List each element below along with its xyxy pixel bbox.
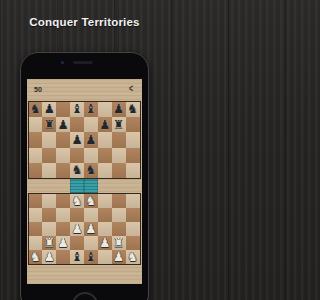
square[interactable]: ♟ bbox=[98, 236, 112, 250]
square[interactable] bbox=[98, 102, 112, 117]
square[interactable]: ♟ bbox=[98, 117, 112, 132]
square[interactable] bbox=[42, 208, 56, 222]
square[interactable] bbox=[29, 132, 43, 147]
square[interactable]: ♟ bbox=[70, 222, 84, 236]
square[interactable] bbox=[126, 194, 140, 208]
speaker-slot bbox=[73, 61, 93, 64]
square[interactable] bbox=[126, 148, 140, 163]
page-title: Conquer Territories bbox=[0, 16, 169, 28]
square[interactable] bbox=[84, 117, 98, 132]
square[interactable] bbox=[29, 163, 43, 178]
square[interactable]: ♞ bbox=[29, 250, 43, 264]
black-pawn-piece[interactable]: ♟ bbox=[99, 119, 110, 132]
square[interactable]: ♜ bbox=[42, 117, 56, 132]
back-icon[interactable]: < bbox=[129, 83, 133, 94]
square[interactable] bbox=[29, 222, 43, 236]
white-knight-piece[interactable]: ♞ bbox=[85, 195, 96, 208]
square[interactable]: ♟ bbox=[112, 250, 126, 264]
square[interactable] bbox=[126, 132, 140, 147]
ad-page: { "title": "Conquer Territories", "game"… bbox=[0, 0, 169, 300]
square[interactable] bbox=[56, 208, 70, 222]
square[interactable] bbox=[112, 222, 126, 236]
black-bishop-piece[interactable]: ♝ bbox=[71, 103, 82, 116]
square[interactable]: ♞ bbox=[84, 194, 98, 208]
square[interactable] bbox=[42, 194, 56, 208]
square[interactable] bbox=[126, 222, 140, 236]
square[interactable] bbox=[29, 148, 43, 163]
bridge-row bbox=[28, 179, 141, 193]
square[interactable] bbox=[98, 208, 112, 222]
black-rook-piece[interactable]: ♜ bbox=[113, 119, 124, 132]
square[interactable] bbox=[70, 208, 84, 222]
square[interactable] bbox=[29, 194, 43, 208]
bridge-gap bbox=[56, 179, 70, 193]
white-pawn-piece[interactable]: ♟ bbox=[99, 237, 110, 250]
white-pawn-piece[interactable]: ♟ bbox=[85, 223, 96, 236]
highlight-square[interactable] bbox=[70, 179, 84, 193]
square[interactable]: ♞ bbox=[126, 102, 140, 117]
black-rook-piece[interactable]: ♜ bbox=[44, 119, 55, 132]
square[interactable]: ♝ bbox=[70, 250, 84, 264]
white-knight-piece[interactable]: ♞ bbox=[71, 195, 82, 208]
black-pawn-piece[interactable]: ♟ bbox=[85, 134, 96, 147]
black-pawn-piece[interactable]: ♟ bbox=[58, 119, 69, 132]
square[interactable] bbox=[56, 163, 70, 178]
black-pawn-piece[interactable]: ♟ bbox=[44, 103, 55, 116]
bridge-gap bbox=[126, 179, 140, 193]
square[interactable]: ♞ bbox=[70, 194, 84, 208]
black-pawn-piece[interactable]: ♟ bbox=[71, 134, 82, 147]
square[interactable] bbox=[98, 194, 112, 208]
square[interactable] bbox=[42, 148, 56, 163]
black-territory-board: ♞♟♝♝♟♞♜♟♟♜♟♟♞♞ bbox=[28, 101, 141, 179]
highlight-square[interactable] bbox=[84, 179, 98, 193]
black-knight-piece[interactable]: ♞ bbox=[85, 164, 96, 177]
white-knight-piece[interactable]: ♞ bbox=[30, 251, 41, 264]
square[interactable] bbox=[84, 236, 98, 250]
score-label: 50 bbox=[34, 86, 42, 93]
white-pawn-piece[interactable]: ♟ bbox=[58, 237, 69, 250]
square[interactable]: ♝ bbox=[84, 250, 98, 264]
bridge-gap bbox=[98, 179, 112, 193]
black-knight-piece[interactable]: ♞ bbox=[127, 103, 138, 116]
square[interactable] bbox=[98, 132, 112, 147]
square[interactable] bbox=[126, 163, 140, 178]
square[interactable] bbox=[112, 132, 126, 147]
phone-mockup: 50 < ♞♟♝♝♟♞♜♟♟♜♟♟♞♞ ♞♞♟♟♜♟♟♜♞♟♝♝♟♞ bbox=[20, 52, 149, 300]
square[interactable]: ♝ bbox=[84, 102, 98, 117]
square[interactable]: ♞ bbox=[70, 163, 84, 178]
white-pawn-piece[interactable]: ♟ bbox=[113, 251, 124, 264]
square[interactable] bbox=[29, 208, 43, 222]
square[interactable] bbox=[112, 148, 126, 163]
square[interactable] bbox=[56, 132, 70, 147]
white-territory-board: ♞♞♟♟♜♟♟♜♞♟♝♝♟♞ bbox=[28, 193, 141, 265]
square[interactable]: ♟ bbox=[42, 102, 56, 117]
square[interactable] bbox=[56, 250, 70, 264]
square[interactable] bbox=[112, 208, 126, 222]
game-screen: 50 < ♞♟♝♝♟♞♜♟♟♜♟♟♞♞ ♞♞♟♟♜♟♟♜♞♟♝♝♟♞ bbox=[27, 79, 142, 284]
home-button[interactable] bbox=[72, 292, 98, 300]
square[interactable] bbox=[98, 222, 112, 236]
square[interactable]: ♟ bbox=[56, 236, 70, 250]
square[interactable]: ♟ bbox=[112, 102, 126, 117]
square[interactable] bbox=[84, 208, 98, 222]
square[interactable]: ♟ bbox=[56, 117, 70, 132]
square[interactable] bbox=[29, 236, 43, 250]
square[interactable]: ♞ bbox=[126, 250, 140, 264]
square[interactable] bbox=[126, 117, 140, 132]
square[interactable] bbox=[126, 208, 140, 222]
black-knight-piece[interactable]: ♞ bbox=[30, 103, 41, 116]
white-rook-piece[interactable]: ♜ bbox=[113, 237, 124, 250]
camera-icon bbox=[61, 61, 64, 64]
white-rook-piece[interactable]: ♜ bbox=[44, 237, 55, 250]
square[interactable]: ♟ bbox=[84, 222, 98, 236]
black-knight-piece[interactable]: ♞ bbox=[71, 164, 82, 177]
square[interactable]: ♟ bbox=[84, 132, 98, 147]
square[interactable]: ♜ bbox=[42, 236, 56, 250]
square[interactable]: ♝ bbox=[70, 102, 84, 117]
square[interactable] bbox=[42, 132, 56, 147]
white-pawn-piece[interactable]: ♟ bbox=[44, 251, 55, 264]
square[interactable] bbox=[112, 194, 126, 208]
square[interactable] bbox=[112, 163, 126, 178]
bridge-gap bbox=[42, 179, 56, 193]
square[interactable] bbox=[126, 236, 140, 250]
square[interactable] bbox=[70, 236, 84, 250]
square[interactable] bbox=[70, 148, 84, 163]
white-knight-piece[interactable]: ♞ bbox=[127, 251, 138, 264]
square[interactable] bbox=[98, 148, 112, 163]
game-header: 50 < bbox=[27, 79, 142, 101]
bridge-gap bbox=[28, 179, 42, 193]
black-pawn-piece[interactable]: ♟ bbox=[113, 103, 124, 116]
square[interactable] bbox=[98, 163, 112, 178]
bridge-gap bbox=[112, 179, 126, 193]
square[interactable]: ♞ bbox=[29, 102, 43, 117]
square[interactable] bbox=[42, 163, 56, 178]
square[interactable]: ♜ bbox=[112, 236, 126, 250]
square[interactable]: ♜ bbox=[112, 117, 126, 132]
square[interactable] bbox=[98, 250, 112, 264]
square[interactable] bbox=[56, 194, 70, 208]
square[interactable]: ♟ bbox=[70, 132, 84, 147]
square[interactable]: ♟ bbox=[42, 250, 56, 264]
black-bishop-piece[interactable]: ♝ bbox=[71, 251, 82, 264]
white-pawn-piece[interactable]: ♟ bbox=[71, 223, 82, 236]
square[interactable] bbox=[42, 222, 56, 236]
square[interactable] bbox=[56, 148, 70, 163]
square[interactable] bbox=[84, 148, 98, 163]
square[interactable] bbox=[70, 117, 84, 132]
black-bishop-piece[interactable]: ♝ bbox=[85, 251, 96, 264]
square[interactable] bbox=[56, 222, 70, 236]
square[interactable] bbox=[56, 102, 70, 117]
square[interactable]: ♞ bbox=[84, 163, 98, 178]
black-bishop-piece[interactable]: ♝ bbox=[85, 103, 96, 116]
square[interactable] bbox=[29, 117, 43, 132]
